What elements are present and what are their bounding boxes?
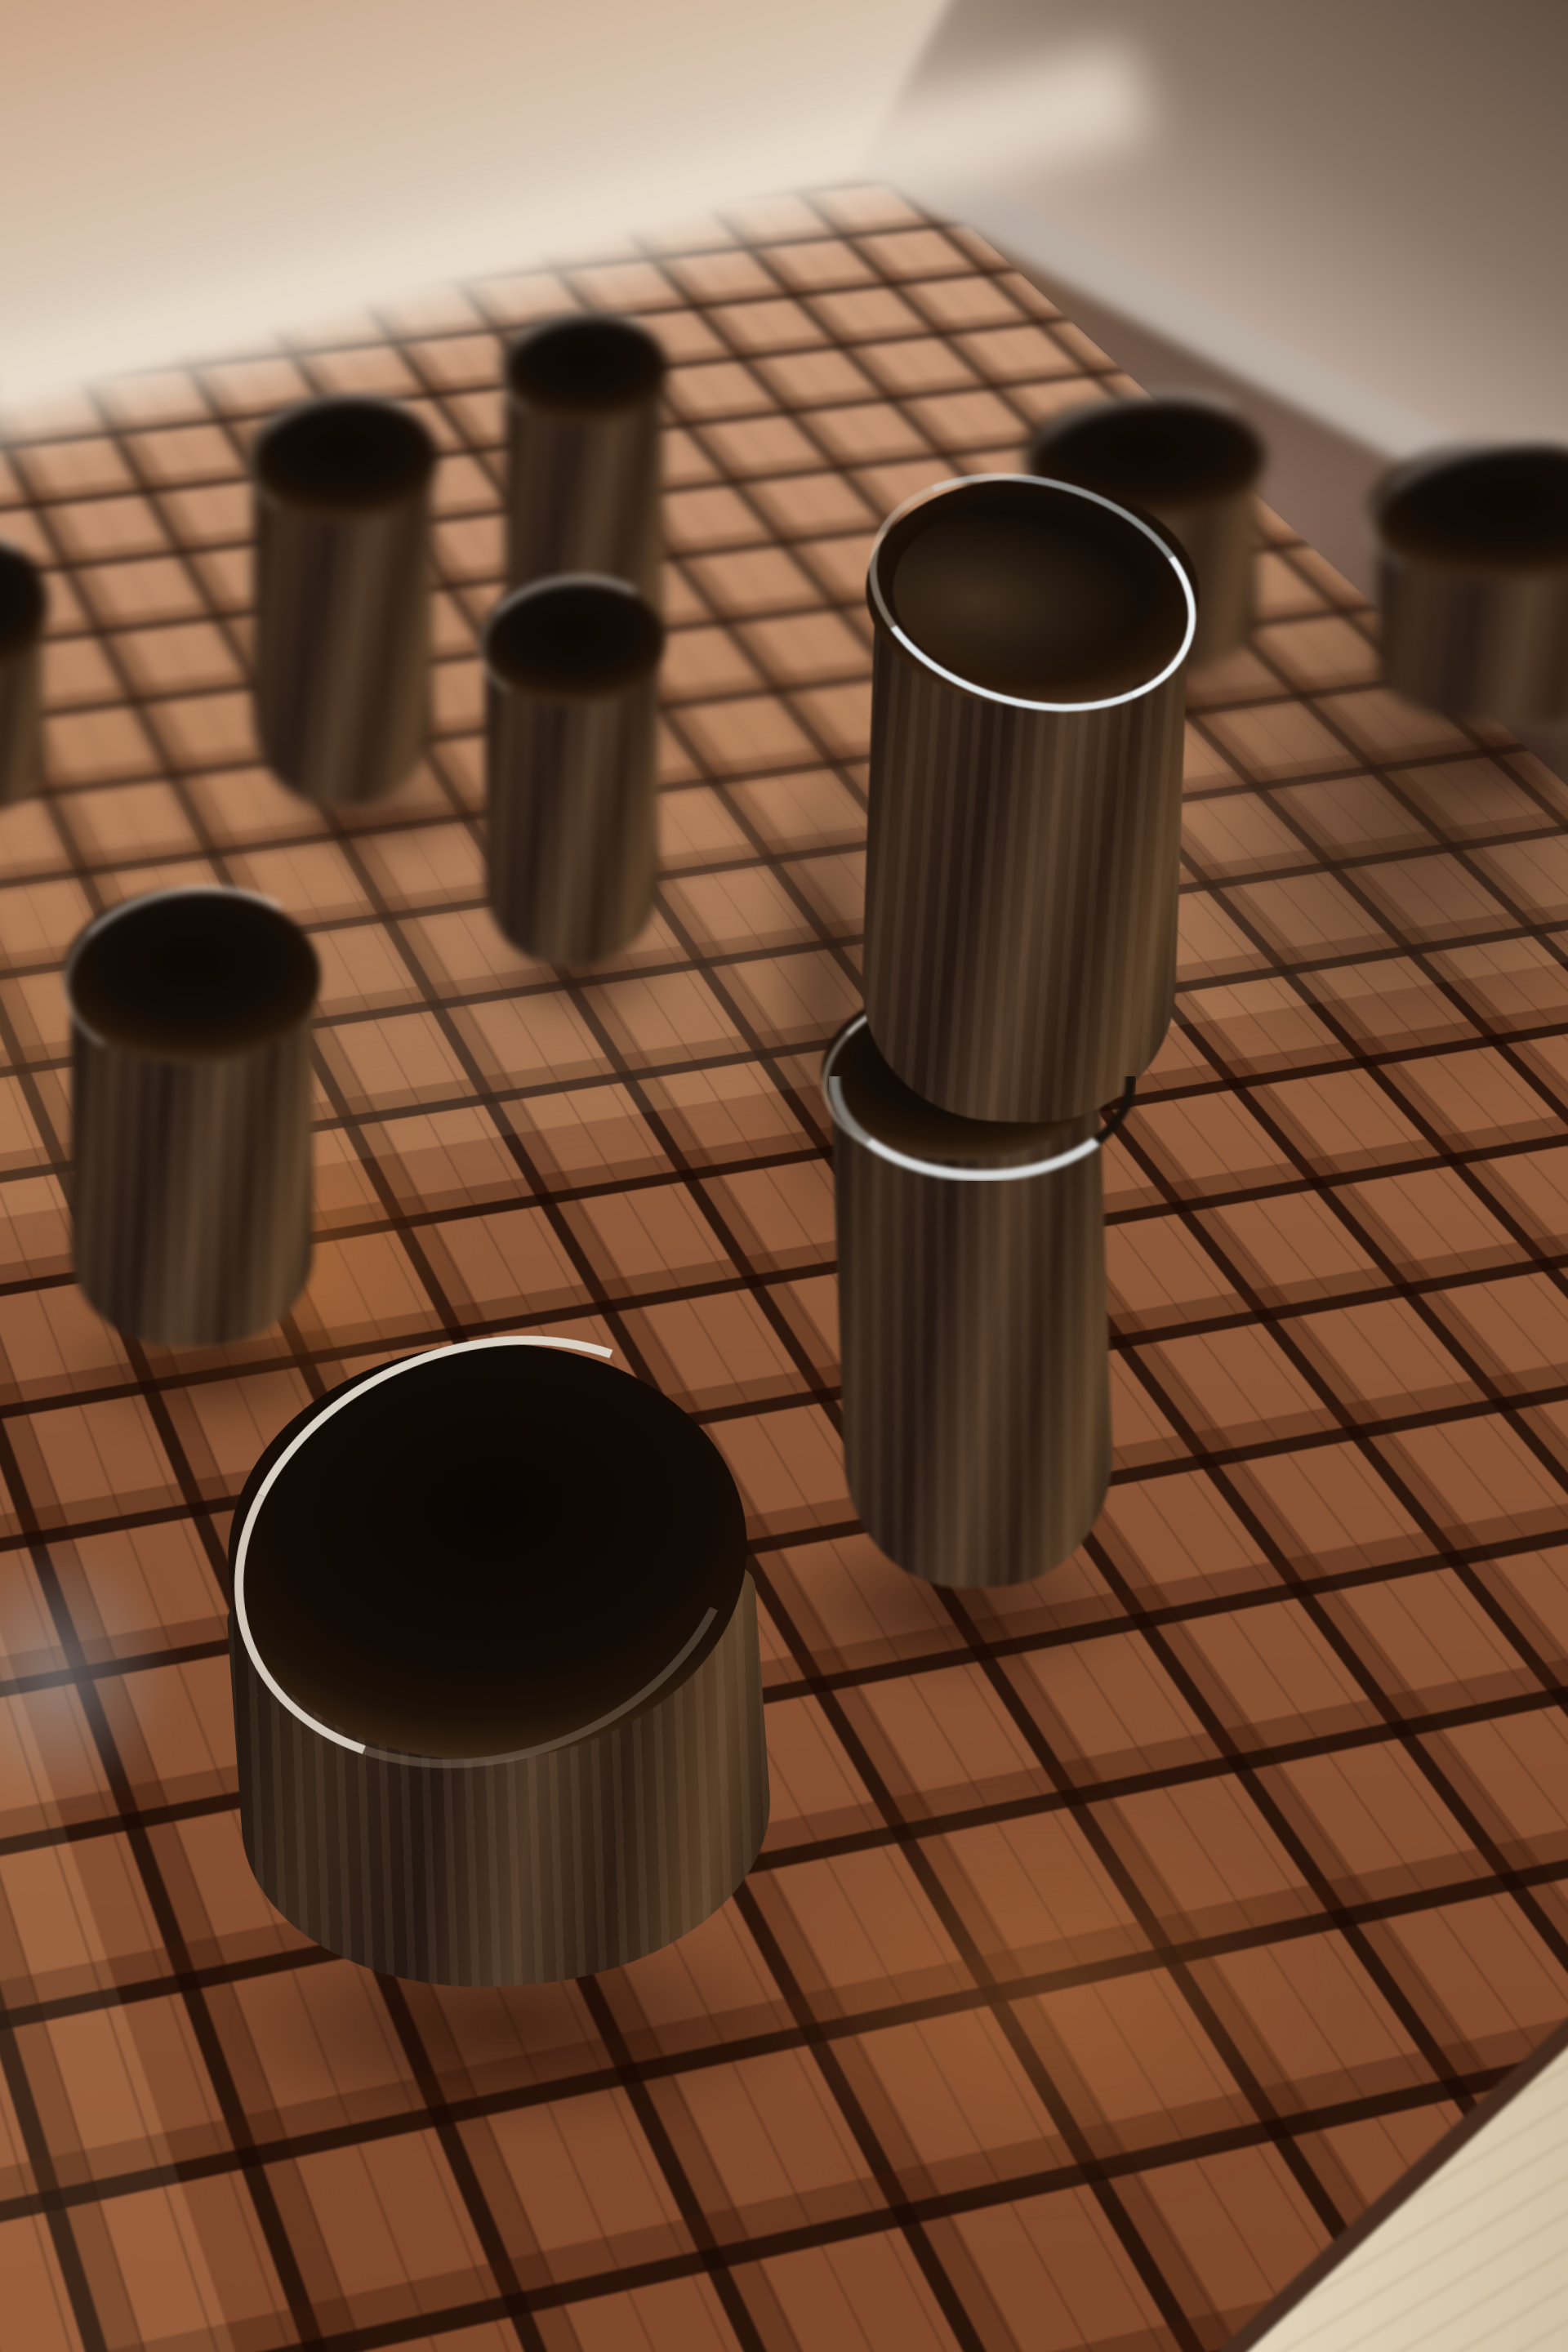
cup-rim xyxy=(247,394,439,521)
cup-rim xyxy=(499,312,669,423)
cup-left-mid xyxy=(63,888,321,1360)
cup-stack-top xyxy=(847,472,1203,1145)
cup-partial-right-edge xyxy=(1368,441,1568,735)
cup-rim xyxy=(63,888,321,1064)
cup-rim xyxy=(479,577,665,705)
cup-back-left xyxy=(247,394,439,817)
wood-orange-patch2 xyxy=(735,1780,1356,2205)
cup-partial-left-edge xyxy=(0,532,49,825)
cup-rim xyxy=(1368,441,1568,580)
photo-still-life-cups-on-tray: { "meta": { "caption": "Still-life photo… xyxy=(0,0,1568,2352)
cup-middle xyxy=(479,577,665,976)
cup-front xyxy=(214,1326,779,2034)
